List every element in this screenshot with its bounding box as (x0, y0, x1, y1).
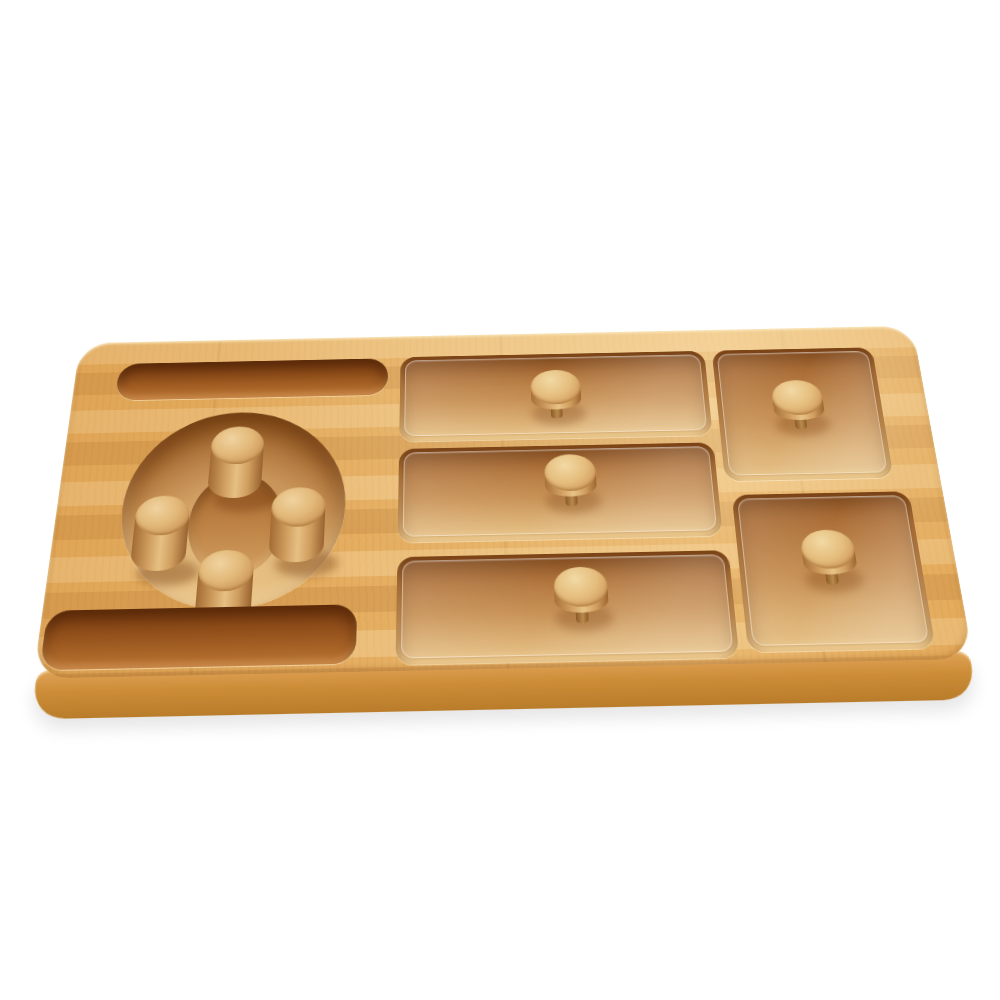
knob-tray-center[interactable] (542, 454, 601, 520)
sliding-lid-square-bottom[interactable] (737, 495, 929, 646)
peg-shadow (199, 616, 265, 644)
knob-side (554, 586, 609, 613)
knob-tray-bottom[interactable] (551, 566, 612, 637)
knob-stem (576, 610, 589, 622)
peg-west[interactable] (126, 495, 192, 592)
peg-body (129, 515, 189, 572)
peg-body (193, 570, 253, 629)
peg-north[interactable] (204, 426, 266, 518)
sliding-lid-tray-bottom[interactable] (401, 554, 734, 658)
knob-tray-top[interactable] (528, 369, 584, 431)
groove-top-left (115, 358, 388, 400)
knob-shadow (555, 604, 614, 632)
peg-cap (133, 495, 191, 536)
knob-shadow (804, 566, 865, 593)
knob-cap (553, 566, 608, 607)
peg-cap (270, 487, 326, 527)
peg-shadow (135, 559, 201, 586)
knob-square-bottom[interactable] (797, 529, 864, 599)
tray-middle-bottom (396, 550, 740, 665)
peg-cap (197, 549, 255, 591)
groove-bottom-left (39, 604, 357, 670)
knob-cap (799, 529, 857, 569)
knob-square-top[interactable] (768, 380, 830, 442)
knob-side (802, 549, 859, 575)
puzzle-board (26, 326, 982, 726)
peg-east[interactable] (266, 487, 327, 584)
board-top-face (33, 326, 974, 679)
peg-south[interactable] (191, 549, 256, 650)
product-photo-scene (0, 0, 1000, 1000)
square-right-bottom (732, 491, 936, 652)
peg-shadow (274, 551, 338, 578)
knob-stem (825, 572, 839, 584)
